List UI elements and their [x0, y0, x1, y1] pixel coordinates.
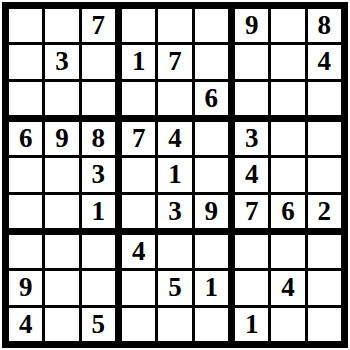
cell-r7c7[interactable]: [235, 235, 268, 268]
cell-r9c7[interactable]: 1: [235, 308, 268, 341]
cell-r1c9[interactable]: 8: [308, 9, 341, 42]
cell-r1c5[interactable]: [158, 9, 191, 42]
given-digit: 1: [132, 48, 146, 75]
cell-r7c1[interactable]: [9, 235, 42, 268]
cell-r3c3[interactable]: [82, 82, 115, 115]
given-digit: 7: [92, 12, 106, 39]
given-digit: 9: [205, 198, 219, 225]
given-digit: 5: [168, 274, 182, 301]
cell-r8c6[interactable]: 1: [195, 271, 228, 304]
cell-r7c2[interactable]: [45, 235, 78, 268]
cell-r5c2[interactable]: [45, 158, 78, 191]
cell-r9c3[interactable]: 5: [82, 308, 115, 341]
cell-r3c5[interactable]: [158, 82, 191, 115]
cell-r6c1[interactable]: [9, 195, 42, 228]
cell-r7c8[interactable]: [271, 235, 304, 268]
cell-r7c9[interactable]: [308, 235, 341, 268]
cell-r3c7[interactable]: [235, 82, 268, 115]
given-digit: 6: [281, 198, 295, 225]
cell-r9c5[interactable]: [158, 308, 191, 341]
cell-r8c1[interactable]: 9: [9, 271, 42, 304]
given-digit: 7: [168, 48, 182, 75]
given-digit: 7: [132, 125, 146, 152]
cell-r4c1[interactable]: 6: [9, 122, 42, 155]
cell-r3c4[interactable]: [122, 82, 155, 115]
cell-r9c6[interactable]: [195, 308, 228, 341]
given-digit: 3: [168, 198, 182, 225]
cell-r3c8[interactable]: [271, 82, 304, 115]
given-digit: 8: [318, 12, 332, 39]
cell-r8c5[interactable]: 5: [158, 271, 191, 304]
given-digit: 7: [245, 198, 259, 225]
given-digit: 4: [168, 125, 182, 152]
cell-r2c9[interactable]: 4: [308, 45, 341, 78]
cell-r4c4[interactable]: 7: [122, 122, 155, 155]
cell-r8c7[interactable]: [235, 271, 268, 304]
cell-r1c4[interactable]: [122, 9, 155, 42]
cell-r1c6[interactable]: [195, 9, 228, 42]
page-background: 7983174669874331413976249514451: [0, 0, 350, 350]
cell-r1c1[interactable]: [9, 9, 42, 42]
cell-r6c6[interactable]: 9: [195, 195, 228, 228]
cell-r5c7[interactable]: 4: [235, 158, 268, 191]
given-digit: 1: [245, 311, 259, 338]
cell-r8c9[interactable]: [308, 271, 341, 304]
given-digit: 6: [19, 125, 33, 152]
cell-r6c8[interactable]: 6: [271, 195, 304, 228]
given-digit: 1: [168, 161, 182, 188]
cell-r1c8[interactable]: [271, 9, 304, 42]
given-digit: 4: [19, 311, 33, 338]
given-digit: 2: [318, 198, 332, 225]
cell-r2c1[interactable]: [9, 45, 42, 78]
cell-r4c9[interactable]: [308, 122, 341, 155]
given-digit: 3: [92, 161, 106, 188]
given-digit: 4: [318, 48, 332, 75]
cell-r8c2[interactable]: [45, 271, 78, 304]
given-digit: 4: [281, 274, 295, 301]
given-digit: 6: [205, 85, 219, 112]
cell-r3c2[interactable]: [45, 82, 78, 115]
cell-r9c8[interactable]: [271, 308, 304, 341]
given-digit: 5: [92, 311, 106, 338]
cell-r5c6[interactable]: [195, 158, 228, 191]
given-digit: 9: [245, 12, 259, 39]
cell-r3c6[interactable]: 6: [195, 82, 228, 115]
cell-r7c4[interactable]: 4: [122, 235, 155, 268]
cell-r2c8[interactable]: [271, 45, 304, 78]
given-digit: 1: [205, 274, 219, 301]
given-digit: 3: [55, 48, 69, 75]
given-digit: 4: [132, 238, 146, 265]
cell-r7c6[interactable]: [195, 235, 228, 268]
sudoku-board: 7983174669874331413976249514451: [2, 2, 348, 348]
given-digit: 1: [92, 198, 106, 225]
given-digit: 3: [245, 125, 259, 152]
cell-r9c1[interactable]: 4: [9, 308, 42, 341]
given-digit: 8: [92, 125, 106, 152]
cell-r4c3[interactable]: 8: [82, 122, 115, 155]
cell-r4c2[interactable]: 9: [45, 122, 78, 155]
cell-r8c4[interactable]: [122, 271, 155, 304]
cell-r7c3[interactable]: [82, 235, 115, 268]
cell-r6c5[interactable]: 3: [158, 195, 191, 228]
cell-r1c7[interactable]: 9: [235, 9, 268, 42]
cell-r6c4[interactable]: [122, 195, 155, 228]
cell-r5c1[interactable]: [9, 158, 42, 191]
cell-r4c8[interactable]: [271, 122, 304, 155]
given-digit: 4: [245, 161, 259, 188]
cell-r9c4[interactable]: [122, 308, 155, 341]
cell-r2c6[interactable]: [195, 45, 228, 78]
cell-r6c7[interactable]: 7: [235, 195, 268, 228]
cell-r9c2[interactable]: [45, 308, 78, 341]
cell-r4c7[interactable]: 3: [235, 122, 268, 155]
cell-r7c5[interactable]: [158, 235, 191, 268]
cell-r6c2[interactable]: [45, 195, 78, 228]
cell-r5c5[interactable]: 1: [158, 158, 191, 191]
cell-r2c3[interactable]: [82, 45, 115, 78]
cell-r5c9[interactable]: [308, 158, 341, 191]
given-digit: 9: [19, 274, 33, 301]
cell-r2c2[interactable]: 3: [45, 45, 78, 78]
given-digit: 9: [55, 125, 69, 152]
cell-r4c5[interactable]: 4: [158, 122, 191, 155]
cell-r4c6[interactable]: [195, 122, 228, 155]
cell-r8c8[interactable]: 4: [271, 271, 304, 304]
cell-r2c7[interactable]: [235, 45, 268, 78]
cell-r8c3[interactable]: [82, 271, 115, 304]
cell-r9c9[interactable]: [308, 308, 341, 341]
cell-r3c1[interactable]: [9, 82, 42, 115]
cell-r6c9[interactable]: 2: [308, 195, 341, 228]
cell-r3c9[interactable]: [308, 82, 341, 115]
cell-r5c3[interactable]: 3: [82, 158, 115, 191]
cell-r5c4[interactable]: [122, 158, 155, 191]
cell-r5c8[interactable]: [271, 158, 304, 191]
cell-r2c4[interactable]: 1: [122, 45, 155, 78]
cell-r1c3[interactable]: 7: [82, 9, 115, 42]
cell-r1c2[interactable]: [45, 9, 78, 42]
cell-r6c3[interactable]: 1: [82, 195, 115, 228]
cell-r2c5[interactable]: 7: [158, 45, 191, 78]
